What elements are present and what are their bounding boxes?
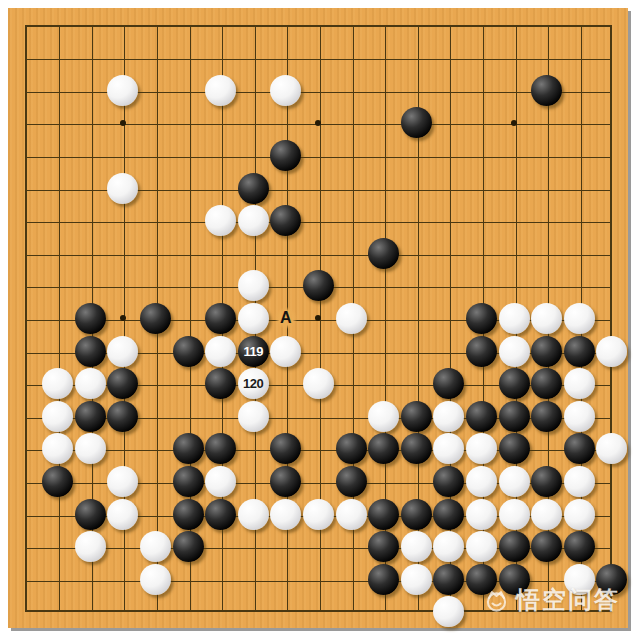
black-stone [433,466,464,497]
black-stone [75,401,106,432]
white-stone [205,75,236,106]
white-stone [75,368,106,399]
white-stone [499,303,530,334]
grid-line-horizontal [27,59,610,60]
watermark: 悟空问答 [483,584,620,616]
black-stone [531,401,562,432]
white-stone [140,564,171,595]
black-stone [564,336,595,367]
white-stone [466,499,497,530]
black-stone [368,531,399,562]
black-stone [173,433,204,464]
black-stone [531,531,562,562]
white-stone [499,336,530,367]
white-stone [401,531,432,562]
white-stone [368,401,399,432]
black-stone [173,336,204,367]
grid-line-horizontal [27,255,610,256]
grid-line-horizontal [27,222,610,223]
white-stone: 120 [238,368,269,399]
white-stone [205,466,236,497]
black-stone [75,303,106,334]
go-diagram-screenshot: 悟空问答 119120A [0,0,640,640]
black-stone [140,303,171,334]
black-stone [466,303,497,334]
black-stone [531,336,562,367]
star-point [120,120,126,126]
black-stone [205,368,236,399]
white-stone [107,466,138,497]
white-stone [42,368,73,399]
white-stone [303,499,334,530]
black-stone [564,433,595,464]
black-stone [173,499,204,530]
black-stone [42,466,73,497]
white-stone [270,75,301,106]
black-stone [401,107,432,138]
white-stone [205,205,236,236]
white-stone [433,596,464,627]
black-stone [531,75,562,106]
white-stone [140,531,171,562]
black-stone [270,466,301,497]
black-stone [75,336,106,367]
point-label-A: A [275,307,297,329]
black-stone [368,238,399,269]
white-stone [466,531,497,562]
black-stone [205,499,236,530]
black-stone [75,499,106,530]
black-stone [368,564,399,595]
black-stone [531,466,562,497]
go-board: 悟空问答 119120A [8,8,628,628]
white-stone [596,336,627,367]
black-stone [401,499,432,530]
black-stone [499,368,530,399]
white-stone [107,75,138,106]
black-stone [336,466,367,497]
black-stone [466,336,497,367]
black-stone [531,368,562,399]
white-stone [564,368,595,399]
white-stone [238,270,269,301]
white-stone [336,499,367,530]
black-stone [270,140,301,171]
black-stone [368,499,399,530]
white-stone [75,531,106,562]
black-stone [336,433,367,464]
white-stone [205,336,236,367]
black-stone [466,401,497,432]
white-stone [564,401,595,432]
white-stone [564,466,595,497]
black-stone [173,531,204,562]
black-stone [107,401,138,432]
white-stone [107,336,138,367]
white-stone [107,173,138,204]
white-stone [499,466,530,497]
black-stone [499,433,530,464]
black-stone [433,499,464,530]
grid-line-vertical [59,27,60,610]
white-stone [401,564,432,595]
white-stone [466,433,497,464]
white-stone [433,401,464,432]
black-stone [499,531,530,562]
black-stone [401,401,432,432]
watermark-text: 悟空问答 [516,584,620,616]
white-stone [336,303,367,334]
white-stone [499,499,530,530]
white-stone [466,466,497,497]
white-stone [531,303,562,334]
black-stone [499,401,530,432]
white-stone [42,401,73,432]
grid-line-horizontal [27,157,610,158]
black-stone [238,173,269,204]
white-stone [270,336,301,367]
white-stone [107,499,138,530]
black-stone [433,564,464,595]
black-stone [303,270,334,301]
black-stone [401,433,432,464]
white-stone [238,401,269,432]
white-stone [238,499,269,530]
black-stone [173,466,204,497]
white-stone [270,499,301,530]
white-stone [596,433,627,464]
white-stone [238,205,269,236]
move-label-119: 119 [243,345,262,358]
white-stone [238,303,269,334]
white-stone [75,433,106,464]
move-label-120: 120 [243,377,263,390]
white-stone [531,499,562,530]
white-stone [564,499,595,530]
star-point [511,120,517,126]
white-stone [564,303,595,334]
wukong-logo-icon [483,587,510,614]
white-stone [303,368,334,399]
black-stone [205,303,236,334]
black-stone: 119 [238,336,269,367]
black-stone [564,531,595,562]
